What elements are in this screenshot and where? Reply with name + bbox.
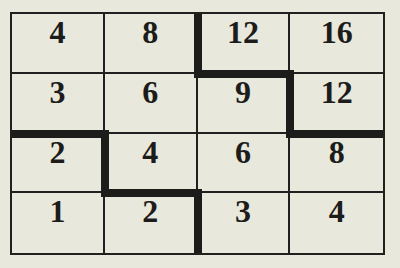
thick-border-horizontal-6 [101, 189, 202, 197]
thick-border-vertical-0 [194, 14, 202, 78]
thick-border-vertical-2 [286, 70, 294, 138]
page: { "game": "multiplication-grid-staircase… [0, 0, 400, 268]
thick-borders [12, 14, 383, 253]
thick-border-horizontal-4 [12, 130, 109, 138]
thick-border-vertical-5 [101, 130, 109, 198]
thick-border-vertical-7 [194, 189, 202, 253]
thick-border-horizontal-1 [194, 70, 295, 78]
puzzle-board: 4812163691224681234 [10, 12, 385, 255]
thick-border-horizontal-3 [286, 130, 383, 138]
